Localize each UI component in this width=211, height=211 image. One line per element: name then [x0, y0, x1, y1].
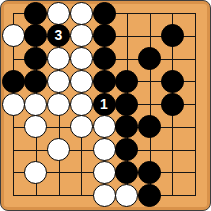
intersection-J8[interactable] [184, 24, 207, 47]
intersection-H5[interactable] [161, 93, 184, 116]
black-stone [138, 161, 161, 184]
intersection-F1[interactable] [115, 184, 138, 207]
white-stone [93, 161, 116, 184]
intersection-E1[interactable] [93, 184, 116, 207]
intersection-A2[interactable] [2, 161, 25, 184]
intersection-F5[interactable] [115, 93, 138, 116]
white-stone [70, 93, 93, 116]
intersection-A1[interactable] [2, 184, 25, 207]
intersection-B2[interactable] [24, 161, 47, 184]
intersection-C6[interactable] [47, 70, 70, 93]
intersection-C2[interactable] [47, 161, 70, 184]
intersection-G6[interactable] [138, 70, 161, 93]
intersection-B4[interactable] [24, 115, 47, 138]
intersection-A7[interactable] [2, 47, 25, 70]
intersection-A8[interactable] [2, 24, 25, 47]
intersection-C5[interactable] [47, 93, 70, 116]
black-stone [24, 24, 47, 47]
intersection-J2[interactable] [184, 161, 207, 184]
intersection-D9[interactable] [70, 2, 93, 25]
intersection-D7[interactable] [70, 47, 93, 70]
white-stone [47, 70, 70, 93]
intersection-A3[interactable] [2, 138, 25, 161]
intersection-E5[interactable]: 1 [93, 93, 116, 116]
intersection-G9[interactable] [138, 2, 161, 25]
intersection-F4[interactable] [115, 115, 138, 138]
intersection-D6[interactable] [70, 70, 93, 93]
intersection-E6[interactable] [93, 70, 116, 93]
white-stone [70, 2, 93, 25]
intersection-B7[interactable] [24, 47, 47, 70]
intersection-H2[interactable] [161, 161, 184, 184]
white-stone [24, 115, 47, 138]
intersection-C9[interactable] [47, 2, 70, 25]
intersection-H6[interactable] [161, 70, 184, 93]
white-stone [24, 93, 47, 116]
intersection-G2[interactable] [138, 161, 161, 184]
black-stone [138, 47, 161, 70]
intersection-B1[interactable] [24, 184, 47, 207]
intersection-D4[interactable] [70, 115, 93, 138]
intersection-E9[interactable] [93, 2, 116, 25]
intersection-E3[interactable] [93, 138, 116, 161]
intersection-G5[interactable] [138, 93, 161, 116]
intersection-F9[interactable] [115, 2, 138, 25]
black-stone [93, 70, 116, 93]
intersection-J6[interactable] [184, 70, 207, 93]
white-stone [47, 138, 70, 161]
intersection-C8[interactable]: 3 [47, 24, 70, 47]
intersection-H1[interactable] [161, 184, 184, 207]
intersection-C7[interactable] [47, 47, 70, 70]
black-stone [115, 70, 138, 93]
intersection-A9[interactable] [2, 2, 25, 25]
intersection-F6[interactable] [115, 70, 138, 93]
intersection-G1[interactable] [138, 184, 161, 207]
intersection-A5[interactable] [2, 93, 25, 116]
intersection-E7[interactable] [93, 47, 116, 70]
white-stone [93, 184, 116, 207]
black-stone [161, 70, 184, 93]
intersection-J1[interactable] [184, 184, 207, 207]
white-stone [47, 2, 70, 25]
white-stone [93, 138, 116, 161]
black-stone: 1 [93, 93, 116, 116]
intersection-B8[interactable] [24, 24, 47, 47]
black-stone [93, 47, 116, 70]
intersection-F3[interactable] [115, 138, 138, 161]
white-stone [115, 184, 138, 207]
intersection-J9[interactable] [184, 2, 207, 25]
intersection-E2[interactable] [93, 161, 116, 184]
black-stone: 3 [47, 24, 70, 47]
board-grid: 31 [2, 2, 207, 207]
intersection-E8[interactable] [93, 24, 116, 47]
white-stone [70, 70, 93, 93]
intersection-F7[interactable] [115, 47, 138, 70]
intersection-J4[interactable] [184, 115, 207, 138]
intersection-D5[interactable] [70, 93, 93, 116]
intersection-B5[interactable] [24, 93, 47, 116]
go-board: 31 [0, 0, 211, 211]
intersection-H4[interactable] [161, 115, 184, 138]
white-stone [70, 24, 93, 47]
black-stone [138, 115, 161, 138]
intersection-J5[interactable] [184, 93, 207, 116]
black-stone [24, 47, 47, 70]
intersection-B6[interactable] [24, 70, 47, 93]
black-stone [93, 2, 116, 25]
white-stone [70, 47, 93, 70]
intersection-B3[interactable] [24, 138, 47, 161]
intersection-A4[interactable] [2, 115, 25, 138]
intersection-F8[interactable] [115, 24, 138, 47]
intersection-H9[interactable] [161, 2, 184, 25]
intersection-C4[interactable] [47, 115, 70, 138]
black-stone [24, 70, 47, 93]
black-stone [2, 70, 25, 93]
intersection-G7[interactable] [138, 47, 161, 70]
intersection-J3[interactable] [184, 138, 207, 161]
white-stone [2, 24, 25, 47]
white-stone [2, 93, 25, 116]
black-stone [93, 24, 116, 47]
black-stone [161, 93, 184, 116]
intersection-D8[interactable] [70, 24, 93, 47]
intersection-C1[interactable] [47, 184, 70, 207]
intersection-A6[interactable] [2, 70, 25, 93]
black-stone [24, 2, 47, 25]
white-stone [47, 93, 70, 116]
intersection-H3[interactable] [161, 138, 184, 161]
black-stone [115, 93, 138, 116]
white-stone [93, 115, 116, 138]
white-stone [70, 115, 93, 138]
intersection-G3[interactable] [138, 138, 161, 161]
intersection-E4[interactable] [93, 115, 116, 138]
intersection-H7[interactable] [161, 47, 184, 70]
black-stone [138, 184, 161, 207]
white-stone [47, 47, 70, 70]
intersection-G8[interactable] [138, 24, 161, 47]
intersection-D3[interactable] [70, 138, 93, 161]
intersection-C3[interactable] [47, 138, 70, 161]
black-stone [115, 161, 138, 184]
intersection-J7[interactable] [184, 47, 207, 70]
intersection-F2[interactable] [115, 161, 138, 184]
intersection-D1[interactable] [70, 184, 93, 207]
intersection-D2[interactable] [70, 161, 93, 184]
intersection-H8[interactable] [161, 24, 184, 47]
intersection-G4[interactable] [138, 115, 161, 138]
black-stone [115, 138, 138, 161]
intersection-B9[interactable] [24, 2, 47, 25]
white-stone [24, 161, 47, 184]
black-stone [115, 115, 138, 138]
black-stone [161, 24, 184, 47]
